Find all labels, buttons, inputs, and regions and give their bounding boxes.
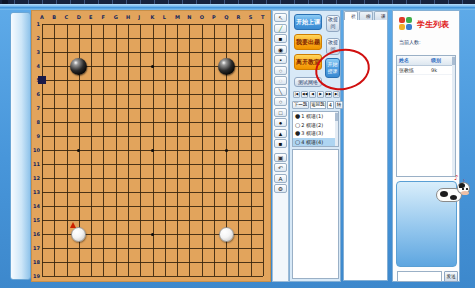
problem-nav-row: 下一题(N) 返回题库▾ 转	[292, 101, 343, 109]
start-class-button[interactable]: 开始上课	[294, 14, 322, 30]
row-label: 16	[32, 231, 40, 237]
column-label: E	[89, 14, 92, 20]
tab-1[interactable]: 聊天	[359, 11, 373, 20]
send-button[interactable]: 发送	[444, 271, 458, 282]
star-point	[151, 65, 154, 68]
black-stone-tool[interactable]: ■	[274, 34, 287, 43]
white-stone-Q16	[219, 227, 234, 242]
column-label: D	[77, 14, 81, 20]
column-label: Q	[224, 14, 228, 20]
black-stone-Q4	[218, 58, 235, 75]
nav-button-4[interactable]: ▶▶	[325, 91, 332, 98]
row-label: 9	[32, 133, 40, 139]
student-table-header: 姓名级别	[397, 56, 455, 66]
pen-tool[interactable]: ╱	[274, 24, 287, 33]
problem-label: 2 棋谱(2)	[301, 122, 323, 128]
app-logo-icon	[399, 17, 412, 30]
stone-bullet-icon: ●	[295, 112, 300, 119]
column-header-1[interactable]: 级别	[431, 56, 451, 65]
column-label: K	[151, 14, 155, 20]
student-row[interactable]: 张教练9k	[397, 66, 455, 75]
column-label: J	[138, 14, 140, 20]
column-label: G	[114, 14, 118, 20]
square-mark-tool[interactable]: □	[274, 108, 287, 117]
white-stone-tool[interactable]: ○	[274, 66, 287, 75]
column-label: O	[200, 14, 204, 20]
column-label: H	[126, 14, 130, 20]
student-list-title: 学生列表	[417, 19, 449, 30]
grid-line	[202, 24, 203, 276]
annotation-toolbar: ↖╱■◉▪○◌╲○□●▲■▣↶A⚙	[272, 10, 289, 282]
row-label: 1	[32, 21, 40, 27]
row-label: 8	[32, 119, 40, 125]
grid-line	[42, 206, 263, 207]
row-label: 10	[32, 147, 40, 153]
student-table: 姓名级别 张教练9k	[396, 55, 456, 177]
row-label: 2	[32, 35, 40, 41]
tab-strip: 棋谱聊天课堂棋谱	[344, 11, 387, 20]
filled-square-mark-tool[interactable]: ■	[274, 139, 287, 148]
grid-line	[42, 178, 263, 179]
grid-line	[42, 248, 263, 249]
column-label: S	[249, 14, 253, 20]
problem-list-item[interactable]: ○2 棋谱(2)	[293, 121, 338, 130]
grid-line	[165, 24, 166, 276]
nav-button-5[interactable]: ▶|	[333, 91, 340, 98]
row-label: 14	[32, 203, 40, 209]
line-tool[interactable]: ╲	[274, 87, 287, 96]
row-label: 17	[32, 245, 40, 251]
move-nav-buttons: |◀◀◀◀▶▶▶▶|	[293, 91, 341, 98]
row-label: 12	[32, 175, 40, 181]
problem-bank-dropdown[interactable]: 返回题库▾	[310, 101, 326, 109]
last-move-triangle-D16	[70, 222, 76, 228]
row-label: 15	[32, 217, 40, 223]
problem-list-item[interactable]: ●3 棋谱(3)	[293, 129, 338, 138]
jump-go-button[interactable]: 转	[335, 101, 343, 109]
app-window: A1B2C3D4E5F6G7H8J9K10L11M12N13O14P15Q16R…	[0, 0, 475, 288]
board-tool[interactable]: ▣	[274, 153, 287, 162]
circle-mark-tool[interactable]: ○	[274, 97, 287, 106]
star-point	[151, 233, 154, 236]
grid-line	[263, 24, 264, 276]
numbered-stone-tool[interactable]: ◉	[274, 45, 287, 54]
row-label: 3	[32, 49, 40, 55]
set-problem-button[interactable]: 我要出题	[294, 34, 322, 50]
nav-button-2[interactable]: ◀	[309, 91, 316, 98]
student-rank: 9k	[431, 66, 451, 74]
grid-line	[177, 24, 178, 276]
jump-number-input[interactable]	[327, 101, 334, 109]
column-label: A	[40, 14, 44, 20]
grid-line	[42, 276, 263, 277]
row-label: 4	[32, 63, 40, 69]
row-label: 13	[32, 189, 40, 195]
grid-line	[238, 24, 239, 276]
column-label: B	[52, 14, 56, 20]
column-label: F	[101, 14, 104, 20]
dot-mark-tool[interactable]: ●	[274, 118, 287, 127]
cow-mascot: ♪ ♪	[436, 176, 474, 208]
column-label: M	[175, 14, 180, 20]
student-count-label: 当前人数:	[399, 39, 421, 45]
move-question-front-button[interactable]: 改提问 至前列	[326, 15, 340, 32]
cow-muzzle	[461, 191, 469, 195]
column-label: P	[212, 14, 216, 20]
grid-line	[42, 192, 263, 193]
stone-bullet-icon: ○	[295, 138, 300, 145]
settings-tool[interactable]: ⚙	[274, 184, 287, 193]
collapsed-side-panel[interactable]	[10, 12, 31, 280]
star-point	[225, 149, 228, 152]
tab-2[interactable]: 课堂棋谱	[374, 11, 388, 20]
go-board[interactable]: A1B2C3D4E5F6G7H8J9K10L11M12N13O14P15Q16R…	[31, 10, 271, 282]
problem-label: 4 棋谱(4)	[301, 139, 323, 145]
student-list-panel: 学生列表 当前人数: 姓名级别 张教练9k 发送	[392, 10, 460, 282]
music-note-icon: ♪	[454, 174, 458, 182]
problem-list-item[interactable]: ●1 棋谱(1)	[293, 112, 338, 121]
grid-line	[42, 262, 263, 263]
column-label: C	[65, 14, 69, 20]
undo-tool[interactable]: ↶	[274, 163, 287, 172]
row-label: 18	[32, 259, 40, 265]
star-point	[151, 149, 154, 152]
student-name: 张教练	[397, 66, 431, 74]
ghost-stone-tool[interactable]: ◌	[274, 76, 287, 85]
nav-button-3[interactable]: ▶	[317, 91, 324, 98]
row-label: 19	[32, 273, 40, 279]
chat-input[interactable]	[397, 271, 442, 282]
row-label: 6	[32, 91, 40, 97]
tab-0[interactable]: 棋谱	[344, 11, 358, 20]
select-tool[interactable]: ↖	[274, 13, 287, 22]
star-point	[77, 149, 80, 152]
column-header-0[interactable]: 姓名	[397, 56, 431, 65]
nav-button-0[interactable]: |◀	[293, 91, 300, 98]
grid-line	[214, 24, 215, 276]
stone-bullet-icon: ●	[295, 129, 300, 136]
black-stone-D4	[70, 58, 87, 75]
column-label: R	[236, 14, 240, 20]
move-record-area	[292, 149, 339, 279]
problem-label: 3 棋谱(3)	[301, 130, 323, 136]
column-label: T	[261, 14, 264, 20]
student-table-scrollbar[interactable]	[452, 56, 455, 176]
chat-input-row: 发送	[396, 271, 458, 282]
column-label: L	[163, 14, 166, 20]
row-label: 11	[32, 161, 40, 167]
stone-bullet-icon: ○	[295, 121, 300, 128]
problem-list-scrollbar[interactable]	[335, 112, 338, 146]
row-label: 7	[32, 105, 40, 111]
nav-button-1[interactable]: ◀◀	[301, 91, 308, 98]
white-stone-D16	[71, 227, 86, 242]
small-square-tool[interactable]: ▪	[274, 55, 287, 64]
next-problem-button[interactable]: 下一题(N)	[292, 101, 309, 109]
grid-line	[42, 220, 263, 221]
square-marker-A5	[38, 76, 46, 84]
label-a-tool[interactable]: A	[274, 174, 287, 183]
triangle-mark-tool[interactable]: ▲	[274, 129, 287, 138]
grid-line	[189, 24, 190, 276]
grid-line	[42, 164, 263, 165]
problem-label: 1 棋谱(1)	[301, 113, 323, 119]
column-label: N	[187, 14, 191, 20]
problem-list-item[interactable]: ○4 棋谱(4)	[293, 138, 338, 147]
grid-line	[251, 24, 252, 276]
problem-list: ●1 棋谱(1)○2 棋谱(2)●3 棋谱(3)○4 棋谱(4)	[292, 111, 339, 147]
